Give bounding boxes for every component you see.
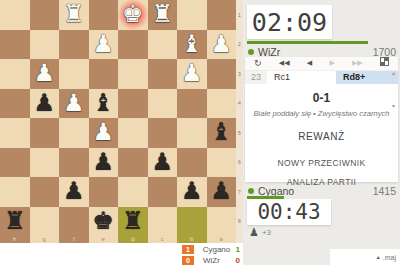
mini-board-glyph	[380, 57, 389, 66]
chevron-up-icon: ▲	[376, 254, 381, 260]
online-dot	[248, 188, 254, 194]
black-rook-h8[interactable]: ♜	[0, 207, 30, 237]
chat-toggle-label: .maj	[383, 254, 396, 261]
square-c1[interactable]: ♜	[148, 0, 178, 30]
square-f4[interactable]: ♟	[59, 89, 89, 119]
top-player-name[interactable]: WiZr	[258, 46, 280, 58]
square-a6[interactable]	[207, 148, 237, 178]
square-a8[interactable]	[207, 207, 237, 237]
white-pawn-a2[interactable]: ♟	[207, 30, 237, 60]
black-pawn-g4[interactable]: ♟	[30, 89, 60, 119]
white-pawn-b3[interactable]: ♟	[177, 59, 207, 89]
score-area: 1 Cygano 1 0 WiZr 0	[0, 243, 243, 265]
square-g1[interactable]	[30, 0, 60, 30]
rank-label-8: 8	[236, 207, 243, 237]
rank-label-1: 1	[236, 0, 243, 30]
square-h5[interactable]	[0, 118, 30, 148]
top-player-clock: 02:09	[247, 5, 332, 39]
square-d5[interactable]	[118, 118, 148, 148]
side-panel: 02:09 WiZr 1700 ↻ ◀◀ ◀ ▶ ▶▶ 23 Rc1 Rd8+ …	[243, 0, 400, 265]
captured-pawn-icon: ♟	[249, 226, 259, 239]
square-h1[interactable]	[0, 0, 30, 30]
square-h6[interactable]	[0, 148, 30, 178]
move-navigation: ↻ ◀◀ ◀ ▶ ▶▶	[245, 57, 398, 71]
square-b7[interactable]: ♟	[177, 177, 207, 207]
last-move-icon[interactable]: ▶▶	[352, 57, 363, 70]
white-pawn-g3[interactable]: ♟	[30, 59, 60, 89]
move-number: 23	[245, 71, 267, 84]
rank-label-2: 2	[236, 30, 243, 60]
square-a5[interactable]: ♝	[207, 118, 237, 148]
result-cell: 0	[182, 256, 194, 265]
bottom-player-row: Cygano 1415	[248, 185, 396, 196]
square-d1[interactable]: ♚	[118, 0, 148, 30]
square-g3[interactable]: ♟	[30, 59, 60, 89]
board: ♜♚♜♟♝♟♟♟♟♟♝♟♝♟♟♟♟♟♜♚♜	[0, 0, 236, 236]
white-bishop-b2[interactable]: ♝	[177, 30, 207, 60]
rank-label-3: 3	[236, 59, 243, 89]
square-f5[interactable]	[59, 118, 89, 148]
square-c6[interactable]: ♟	[148, 148, 178, 178]
game-page: ♜♚♜♟♝♟♟♟♟♟♝♟♝♟♟♟♟♟♜♚♜ 12345678 hgfedcba …	[0, 0, 400, 265]
square-e1[interactable]	[89, 0, 119, 30]
square-h3[interactable]	[0, 59, 30, 89]
square-d4[interactable]	[118, 89, 148, 119]
chat-toggle[interactable]: ▲ .maj	[330, 249, 400, 265]
bottom-player-name[interactable]: Cygano	[258, 185, 294, 197]
square-f8[interactable]	[59, 207, 89, 237]
material-advantage: ♟ +3	[249, 226, 271, 239]
square-g7[interactable]	[30, 177, 60, 207]
square-h7[interactable]	[0, 177, 30, 207]
scroll-down-icon[interactable]: ▾	[392, 102, 395, 109]
coordinate-corner	[236, 236, 243, 243]
file-label-e: e	[89, 236, 119, 243]
file-label-c: c	[148, 236, 178, 243]
square-b8[interactable]	[177, 207, 207, 237]
black-rook-d8[interactable]: ♜	[118, 207, 148, 237]
square-d8[interactable]: ♜	[118, 207, 148, 237]
black-pawn-c6[interactable]: ♟	[148, 148, 178, 178]
game-result: 0-1	[245, 91, 398, 105]
bottom-player-clock: 00:43	[247, 199, 331, 225]
square-c4[interactable]	[148, 89, 178, 119]
match-score-table: 1 Cygano 1 0 WiZr 0	[182, 244, 240, 265]
square-h4[interactable]	[0, 89, 30, 119]
top-player-green-bar	[247, 41, 368, 44]
square-b2[interactable]: ♝	[177, 30, 207, 60]
square-f3[interactable]	[59, 59, 89, 89]
square-f6[interactable]	[59, 148, 89, 178]
square-g5[interactable]	[30, 118, 60, 148]
square-e4[interactable]: ♝	[89, 89, 119, 119]
score-total: 1	[230, 245, 240, 254]
white-move[interactable]: Rc1	[267, 71, 336, 84]
black-pawn-e6[interactable]: ♟	[89, 148, 119, 178]
file-coordinates: hgfedcba	[0, 236, 236, 243]
file-label-g: g	[30, 236, 60, 243]
square-c5[interactable]	[148, 118, 178, 148]
square-f2[interactable]	[59, 30, 89, 60]
black-move-active[interactable]: Rd8+	[336, 71, 398, 84]
square-e8[interactable]: ♚	[89, 207, 119, 237]
square-h2[interactable]	[0, 30, 30, 60]
top-player-row: WiZr 1700	[248, 46, 396, 57]
square-c8[interactable]	[148, 207, 178, 237]
rank-label-5: 5	[236, 118, 243, 148]
white-pawn-f4[interactable]: ♟	[59, 89, 89, 119]
file-label-b: b	[177, 236, 207, 243]
flip-board-icon[interactable]: ↻	[254, 57, 262, 70]
previous-move-icon[interactable]: ◀	[307, 57, 312, 70]
square-c2[interactable]	[148, 30, 178, 60]
white-king-d1[interactable]: ♚	[118, 0, 148, 30]
black-pawn-a7[interactable]: ♟	[207, 177, 237, 207]
score-row-wizr[interactable]: 0 WiZr 0	[182, 255, 240, 265]
file-label-d: d	[118, 236, 148, 243]
square-d3[interactable]	[118, 59, 148, 89]
square-f7[interactable]: ♟	[59, 177, 89, 207]
first-move-icon[interactable]: ◀◀	[279, 57, 290, 70]
score-player-name: Cygano	[203, 245, 231, 254]
square-g2[interactable]	[30, 30, 60, 60]
black-pawn-f7[interactable]: ♟	[59, 177, 89, 207]
square-d6[interactable]	[118, 148, 148, 178]
score-row-cygano[interactable]: 1 Cygano 1	[182, 244, 240, 254]
square-a4[interactable]	[207, 89, 237, 119]
square-c7[interactable]	[148, 177, 178, 207]
square-a2[interactable]: ♟	[207, 30, 237, 60]
square-g6[interactable]	[30, 148, 60, 178]
white-rook-c1[interactable]: ♜	[148, 0, 178, 30]
rank-label-7: 7	[236, 177, 243, 207]
square-b3[interactable]: ♟	[177, 59, 207, 89]
scroll-up-icon[interactable]: ▴	[392, 69, 395, 76]
analysis-board-icon[interactable]	[380, 57, 389, 71]
rematch-button[interactable]: REWANŻ	[245, 131, 398, 142]
file-label-h: h	[0, 236, 30, 243]
square-e6[interactable]: ♟	[89, 148, 119, 178]
result-cell: 1	[182, 245, 194, 254]
black-bishop-e4[interactable]: ♝	[89, 89, 119, 119]
square-a7[interactable]: ♟	[207, 177, 237, 207]
square-h8[interactable]: ♜	[0, 207, 30, 237]
black-bishop-a5[interactable]: ♝	[207, 118, 237, 148]
square-g8[interactable]	[30, 207, 60, 237]
black-king-e8[interactable]: ♚	[89, 207, 119, 237]
game-result-reason: Białe poddały się • Zwycięstwo czarnych	[245, 109, 398, 118]
square-a3[interactable]	[207, 59, 237, 89]
square-b6[interactable]	[177, 148, 207, 178]
square-f1[interactable]: ♜	[59, 0, 89, 30]
square-e7[interactable]	[89, 177, 119, 207]
white-pawn-e5[interactable]: ♟	[89, 118, 119, 148]
square-e2[interactable]: ♟	[89, 30, 119, 60]
square-e5[interactable]: ♟	[89, 118, 119, 148]
online-dot	[248, 49, 254, 55]
square-c3[interactable]	[148, 59, 178, 89]
square-g4[interactable]: ♟	[30, 89, 60, 119]
white-pawn-e2[interactable]: ♟	[89, 30, 119, 60]
rank-coordinates: 12345678	[236, 0, 243, 236]
bottom-player-rating: 1415	[373, 185, 396, 197]
rank-label-4: 4	[236, 89, 243, 119]
score-total: 0	[230, 256, 240, 265]
material-advantage-value: +3	[262, 228, 271, 237]
square-d7[interactable]	[118, 177, 148, 207]
square-a1[interactable]	[207, 0, 237, 30]
file-label-a: a	[207, 236, 237, 243]
move-list-row: 23 Rc1 Rd8+	[245, 71, 398, 84]
square-b5[interactable]	[177, 118, 207, 148]
square-b1[interactable]	[177, 0, 207, 30]
rank-label-6: 6	[236, 148, 243, 178]
next-move-icon[interactable]: ▶	[329, 57, 334, 70]
black-pawn-b7[interactable]: ♟	[177, 177, 207, 207]
file-label-f: f	[59, 236, 89, 243]
square-b4[interactable]	[177, 89, 207, 119]
square-d2[interactable]	[118, 30, 148, 60]
score-player-name: WiZr	[203, 256, 230, 265]
new-opponent-button[interactable]: NOWY PRZECIWNIK	[245, 158, 398, 168]
white-rook-f1[interactable]: ♜	[59, 0, 89, 30]
square-e3[interactable]	[89, 59, 119, 89]
move-panel: ↻ ◀◀ ◀ ▶ ▶▶ 23 Rc1 Rd8+ 0-1 Białe poddał…	[245, 57, 398, 182]
